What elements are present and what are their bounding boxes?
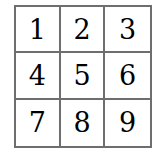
cell-r1c1: 1 [16,7,61,53]
cell-r3c1: 7 [16,100,61,146]
cell-r3c3: 9 [105,100,150,146]
cell-r3c2: 8 [61,100,106,146]
number-grid-board: 1 2 3 4 5 6 7 8 9 [14,5,152,148]
cell-r1c3: 3 [105,7,150,53]
cell-r2c1: 4 [16,53,61,99]
cell-r2c2: 5 [61,53,106,99]
cell-r1c2: 2 [61,7,106,53]
cell-r2c3: 6 [105,53,150,99]
